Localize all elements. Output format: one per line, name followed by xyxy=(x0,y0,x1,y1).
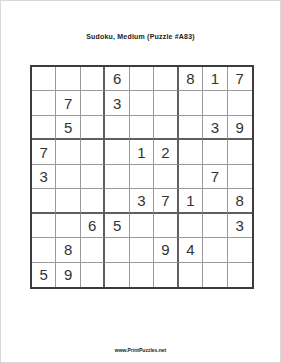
cell-r7c7 xyxy=(179,214,203,238)
cell-r6c8 xyxy=(203,189,227,213)
cell-r6c1 xyxy=(32,189,56,213)
cell-r6c5: 3 xyxy=(130,189,154,213)
cell-r1c5 xyxy=(130,67,154,91)
cell-r4c7 xyxy=(179,140,203,164)
cell-r3c7 xyxy=(179,116,203,140)
cell-r4c3 xyxy=(81,140,105,164)
cell-r9c7 xyxy=(179,263,203,287)
cell-r1c3 xyxy=(81,67,105,91)
cell-r3c8: 3 xyxy=(203,116,227,140)
cell-r7c5 xyxy=(130,214,154,238)
cell-r3c6 xyxy=(154,116,178,140)
cell-r9c9 xyxy=(228,263,252,287)
cell-r5c9 xyxy=(228,165,252,189)
cell-r5c4 xyxy=(105,165,129,189)
cell-r3c9: 9 xyxy=(228,116,252,140)
cell-r5c6 xyxy=(154,165,178,189)
cell-r2c7 xyxy=(179,91,203,115)
cell-r9c6 xyxy=(154,263,178,287)
cell-r5c8: 7 xyxy=(203,165,227,189)
cell-r5c1: 3 xyxy=(32,165,56,189)
cell-r7c9: 3 xyxy=(228,214,252,238)
sudoku-board: 68177353971237371865389459 xyxy=(30,65,254,289)
cell-r2c1 xyxy=(32,91,56,115)
cell-r9c4 xyxy=(105,263,129,287)
cell-r7c1 xyxy=(32,214,56,238)
cell-r8c4 xyxy=(105,238,129,262)
cell-r5c3 xyxy=(81,165,105,189)
cell-r9c3 xyxy=(81,263,105,287)
cell-r4c4 xyxy=(105,140,129,164)
cell-r8c7: 4 xyxy=(179,238,203,262)
cell-r2c2: 7 xyxy=(56,91,80,115)
cell-r6c6: 7 xyxy=(154,189,178,213)
cell-r1c7: 8 xyxy=(179,67,203,91)
cell-r8c2: 8 xyxy=(56,238,80,262)
cell-r8c8 xyxy=(203,238,227,262)
cell-r1c2 xyxy=(56,67,80,91)
cell-r4c9 xyxy=(228,140,252,164)
cell-r4c1: 7 xyxy=(32,140,56,164)
cell-r8c3 xyxy=(81,238,105,262)
cell-r7c2 xyxy=(56,214,80,238)
cell-r3c5 xyxy=(130,116,154,140)
cell-r2c3 xyxy=(81,91,105,115)
cell-r7c3: 6 xyxy=(81,214,105,238)
cell-r5c5 xyxy=(130,165,154,189)
cell-r2c8 xyxy=(203,91,227,115)
cell-r8c9 xyxy=(228,238,252,262)
cell-r6c3 xyxy=(81,189,105,213)
sudoku-page: Sudoku, Medium (Puzzle #A83) 68177353971… xyxy=(0,0,281,363)
cell-r1c1 xyxy=(32,67,56,91)
cell-r5c2 xyxy=(56,165,80,189)
cell-r6c7: 1 xyxy=(179,189,203,213)
page-title: Sudoku, Medium (Puzzle #A83) xyxy=(1,33,280,40)
cell-r3c2: 5 xyxy=(56,116,80,140)
cell-r1c6 xyxy=(154,67,178,91)
cell-r4c5: 1 xyxy=(130,140,154,164)
cell-r7c4: 5 xyxy=(105,214,129,238)
cell-r8c6: 9 xyxy=(154,238,178,262)
cell-r4c6: 2 xyxy=(154,140,178,164)
cell-r2c4: 3 xyxy=(105,91,129,115)
cell-r9c1: 5 xyxy=(32,263,56,287)
cell-r9c2: 9 xyxy=(56,263,80,287)
cell-r6c9: 8 xyxy=(228,189,252,213)
cell-r3c1 xyxy=(32,116,56,140)
cell-r3c4 xyxy=(105,116,129,140)
footer-site-label: www.PrintPuzzles.net xyxy=(1,347,280,353)
cell-r9c5 xyxy=(130,263,154,287)
cell-r1c9: 7 xyxy=(228,67,252,91)
cell-r3c3 xyxy=(81,116,105,140)
cell-r2c6 xyxy=(154,91,178,115)
cell-r5c7 xyxy=(179,165,203,189)
cell-r9c8 xyxy=(203,263,227,287)
cell-r1c8: 1 xyxy=(203,67,227,91)
cell-r8c1 xyxy=(32,238,56,262)
cell-r6c2 xyxy=(56,189,80,213)
cell-r8c5 xyxy=(130,238,154,262)
cell-r2c9 xyxy=(228,91,252,115)
cell-r6c4 xyxy=(105,189,129,213)
cell-r7c6 xyxy=(154,214,178,238)
cell-r4c8 xyxy=(203,140,227,164)
cell-r2c5 xyxy=(130,91,154,115)
cell-r1c4: 6 xyxy=(105,67,129,91)
cell-r7c8 xyxy=(203,214,227,238)
cell-r4c2 xyxy=(56,140,80,164)
